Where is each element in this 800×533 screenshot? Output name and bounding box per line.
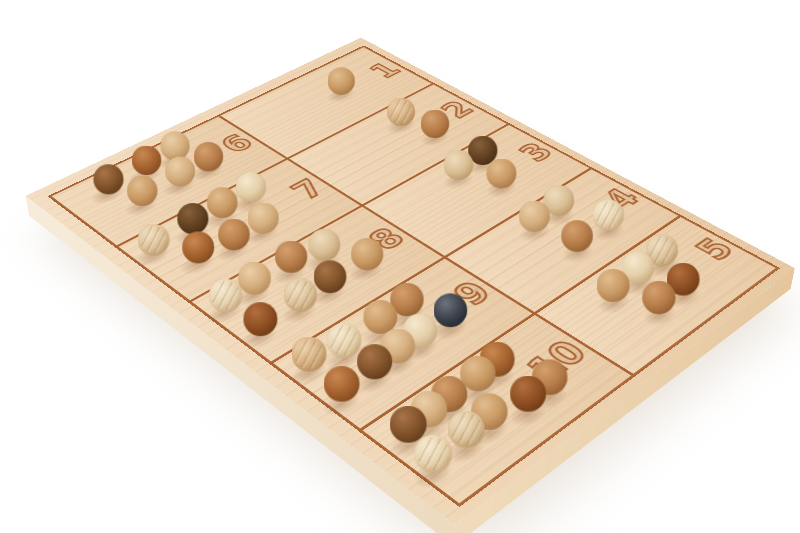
wooden-bead[interactable] [313, 260, 346, 293]
wooden-bead[interactable] [421, 109, 449, 137]
board-face: 61728394105 [26, 37, 795, 523]
wooden-bead[interactable] [177, 203, 208, 234]
wooden-bead[interactable] [308, 228, 340, 260]
wooden-bead[interactable] [326, 323, 360, 357]
wooden-bead[interactable] [510, 376, 546, 412]
cell-5-numeral: 5 [690, 234, 740, 264]
wooden-bead[interactable] [218, 218, 250, 250]
wooden-bead[interactable] [235, 172, 265, 202]
wooden-bead[interactable] [131, 145, 160, 174]
board-grid: 61728394105 [48, 45, 781, 506]
wooden-bead[interactable] [357, 344, 392, 379]
wooden-bead[interactable] [160, 131, 189, 160]
wooden-bead[interactable] [247, 202, 278, 233]
wooden-bead[interactable] [206, 187, 237, 218]
wooden-bead[interactable] [137, 224, 169, 256]
wooden-bead[interactable] [593, 199, 624, 230]
wooden-bead[interactable] [165, 156, 195, 186]
wooden-bead[interactable] [238, 261, 271, 294]
wooden-bead[interactable] [486, 158, 516, 188]
wooden-bead[interactable] [561, 220, 593, 252]
black-bead[interactable] [433, 293, 467, 327]
wooden-bead[interactable] [275, 240, 307, 272]
wooden-bead[interactable] [597, 269, 630, 302]
wooden-bead[interactable] [93, 164, 123, 194]
scene: 61728394105 [0, 0, 800, 533]
wooden-bead[interactable] [291, 336, 326, 371]
wooden-bead[interactable] [283, 278, 316, 311]
wooden-bead[interactable] [448, 411, 485, 448]
cell-1-numeral: 1 [364, 59, 404, 80]
counting-board: 61728394105 [26, 37, 795, 523]
wooden-bead[interactable] [387, 97, 415, 125]
wooden-bead[interactable] [243, 302, 277, 336]
wooden-bead[interactable] [519, 200, 550, 231]
product-photo-canvas: 61728394105 [0, 0, 800, 533]
wooden-bead[interactable] [126, 175, 156, 205]
wooden-bead[interactable] [642, 280, 675, 313]
wooden-bead[interactable] [390, 406, 427, 443]
wooden-bead[interactable] [444, 150, 474, 180]
wooden-bead[interactable] [209, 278, 242, 311]
wooden-bead[interactable] [327, 67, 354, 94]
wooden-bead[interactable] [351, 238, 383, 270]
wooden-bead[interactable] [414, 435, 452, 473]
wooden-bead[interactable] [323, 366, 359, 402]
wooden-bead[interactable] [193, 142, 222, 171]
wooden-bead[interactable] [182, 231, 214, 263]
cell-3-numeral: 3 [513, 140, 558, 165]
